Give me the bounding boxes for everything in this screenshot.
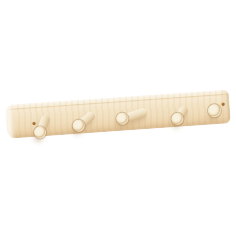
peg-5-tip: [208, 104, 222, 118]
left-screw-hole: [32, 121, 35, 124]
coat-rack-board: [5, 89, 231, 139]
coat-rack-photo: [0, 0, 236, 236]
peg-4-tip: [171, 113, 184, 126]
right-screw-hole: [221, 102, 224, 105]
peg-1-tip: [34, 126, 47, 139]
product-photo-canvas: { "meta": { "type": "product-photo", "su…: [0, 0, 236, 236]
